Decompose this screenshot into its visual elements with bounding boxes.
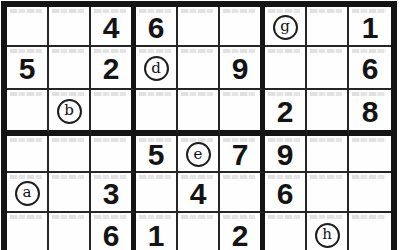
- given-digit: 7: [232, 140, 249, 170]
- cell-r1c7[interactable]: g: [265, 7, 307, 47]
- cell-r3c8[interactable]: [307, 90, 349, 136]
- cell-r5c4[interactable]: [136, 173, 178, 213]
- cell-r2c6[interactable]: 9: [220, 47, 265, 90]
- cell-r3c6[interactable]: [220, 90, 265, 136]
- given-digit: 1: [148, 221, 165, 250]
- cell-r4c2[interactable]: [49, 136, 91, 173]
- circled-label: a: [15, 181, 40, 206]
- given-digit: 4: [190, 179, 207, 209]
- cell-r3c3[interactable]: [91, 90, 136, 136]
- cell-r6c8[interactable]: h: [307, 213, 349, 250]
- cell-r1c4[interactable]: 6: [136, 7, 178, 47]
- cell-r3c1[interactable]: [7, 90, 49, 136]
- given-digit: 9: [232, 54, 249, 84]
- cell-r5c9[interactable]: [349, 173, 391, 213]
- given-digit: 8: [362, 97, 379, 127]
- cell-r4c3[interactable]: [91, 136, 136, 173]
- given-digit: 6: [148, 13, 165, 43]
- cell-r4c5[interactable]: e: [178, 136, 220, 173]
- given-digit: 6: [103, 221, 120, 250]
- cell-r3c5[interactable]: [178, 90, 220, 136]
- circled-label: d: [144, 56, 169, 81]
- given-digit: 2: [103, 54, 120, 84]
- cell-r1c5[interactable]: [178, 7, 220, 47]
- cell-r2c3[interactable]: 2: [91, 47, 136, 90]
- cell-r5c3[interactable]: 3: [91, 173, 136, 213]
- given-digit: 4: [103, 13, 120, 43]
- circled-label: g: [273, 15, 298, 40]
- cell-r4c1[interactable]: [7, 136, 49, 173]
- given-digit: 6: [277, 179, 294, 209]
- cell-r3c7[interactable]: 2: [265, 90, 307, 136]
- cell-r6c4[interactable]: 1: [136, 213, 178, 250]
- cell-r3c2[interactable]: b: [49, 90, 91, 136]
- cell-r2c5[interactable]: [178, 47, 220, 90]
- cell-r4c9[interactable]: [349, 136, 391, 173]
- cell-r6c9[interactable]: [349, 213, 391, 250]
- given-digit: 9: [277, 140, 294, 170]
- cell-r6c2[interactable]: [49, 213, 91, 250]
- cell-r1c1[interactable]: [7, 7, 49, 47]
- circled-label: e: [186, 142, 211, 167]
- cell-r4c4[interactable]: 5: [136, 136, 178, 173]
- sudoku-screenshot: 46g152d96b285e79a346612h: [0, 0, 400, 250]
- given-digit: 5: [19, 54, 36, 84]
- cell-r6c6[interactable]: 2: [220, 213, 265, 250]
- given-digit: 1: [362, 13, 379, 43]
- cell-r6c1[interactable]: [7, 213, 49, 250]
- given-digit: 2: [277, 97, 294, 127]
- cell-r4c6[interactable]: 7: [220, 136, 265, 173]
- given-digit: 2: [232, 221, 249, 250]
- cell-r2c8[interactable]: [307, 47, 349, 90]
- cell-r1c3[interactable]: 4: [91, 7, 136, 47]
- cell-r6c3[interactable]: 6: [91, 213, 136, 250]
- cell-r3c4[interactable]: [136, 90, 178, 136]
- cell-r5c6[interactable]: [220, 173, 265, 213]
- cell-r5c5[interactable]: 4: [178, 173, 220, 213]
- cell-r5c8[interactable]: [307, 173, 349, 213]
- cell-r5c2[interactable]: [49, 173, 91, 213]
- cell-r2c1[interactable]: 5: [7, 47, 49, 90]
- cell-r1c9[interactable]: 1: [349, 7, 391, 47]
- sudoku-board: 46g152d96b285e79a346612h: [1, 1, 397, 250]
- cell-r2c7[interactable]: [265, 47, 307, 90]
- given-digit: 5: [148, 140, 165, 170]
- given-digit: 6: [362, 54, 379, 84]
- cell-r5c1[interactable]: a: [7, 173, 49, 213]
- cell-r1c6[interactable]: [220, 7, 265, 47]
- circled-label: b: [57, 99, 82, 124]
- cell-r6c7[interactable]: [265, 213, 307, 250]
- cell-r1c2[interactable]: [49, 7, 91, 47]
- cell-r2c2[interactable]: [49, 47, 91, 90]
- cell-r4c7[interactable]: 9: [265, 136, 307, 173]
- cell-r1c8[interactable]: [307, 7, 349, 47]
- cell-r2c4[interactable]: d: [136, 47, 178, 90]
- cell-r2c9[interactable]: 6: [349, 47, 391, 90]
- given-digit: 3: [103, 179, 120, 209]
- cell-r5c7[interactable]: 6: [265, 173, 307, 213]
- cell-r3c9[interactable]: 8: [349, 90, 391, 136]
- cell-r4c8[interactable]: [307, 136, 349, 173]
- circled-label: h: [315, 223, 340, 248]
- cell-r6c5[interactable]: [178, 213, 220, 250]
